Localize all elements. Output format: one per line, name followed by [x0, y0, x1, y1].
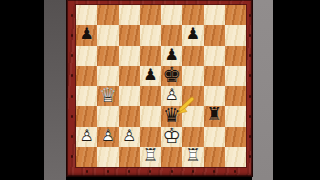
file-tick	[107, 170, 109, 173]
square-a1[interactable]	[76, 147, 97, 167]
square-d4[interactable]	[140, 86, 161, 106]
square-g6[interactable]	[204, 46, 225, 66]
piece-black-rook[interactable]: ♜	[204, 106, 225, 126]
square-f1[interactable]: ♜♖	[182, 147, 203, 167]
square-e1[interactable]	[161, 147, 182, 167]
piece-white-queen[interactable]: ♛♕	[97, 86, 118, 106]
rank-tick	[249, 155, 251, 158]
square-a6[interactable]	[76, 46, 97, 66]
square-e2[interactable]: ♚♔	[161, 127, 182, 147]
piece-white-pawn[interactable]: ♟♙	[76, 126, 97, 146]
file-tick	[234, 170, 236, 173]
square-d8[interactable]	[140, 5, 161, 25]
piece-black-pawn[interactable]: ♟	[76, 25, 97, 45]
rank-tick	[249, 95, 251, 98]
rank-tick	[71, 54, 73, 57]
square-c1[interactable]	[119, 147, 140, 167]
square-d1[interactable]: ♜♖	[140, 147, 161, 167]
square-f2[interactable]	[182, 127, 203, 147]
square-f3[interactable]	[182, 106, 203, 126]
rank-tick	[71, 135, 73, 138]
board-frame: ♟♟♟♟♚♛♕♟♙♛♜♟♙♟♙♟♙♚♔♜♖♜♖	[66, 0, 253, 177]
rank-tick	[249, 14, 251, 17]
square-d3[interactable]	[140, 106, 161, 126]
rank-tick	[71, 115, 73, 118]
file-tick	[128, 170, 130, 173]
square-c7[interactable]	[119, 25, 140, 45]
chess-board[interactable]: ♟♟♟♟♚♛♕♟♙♛♜♟♙♟♙♟♙♚♔♜♖♜♖	[76, 5, 246, 167]
square-f4[interactable]	[182, 86, 203, 106]
square-b1[interactable]	[97, 147, 118, 167]
piece-white-rook[interactable]: ♜♖	[182, 146, 203, 166]
square-a7[interactable]: ♟	[76, 25, 97, 45]
square-h8[interactable]	[225, 5, 246, 25]
video-frame: ♟♟♟♟♚♛♕♟♙♛♜♟♙♟♙♟♙♚♔♜♖♜♖	[0, 0, 320, 180]
square-c3[interactable]	[119, 106, 140, 126]
piece-black-king[interactable]: ♚	[161, 65, 182, 85]
square-c8[interactable]	[119, 5, 140, 25]
square-a3[interactable]	[76, 106, 97, 126]
gray-strip-right	[252, 0, 273, 180]
square-g7[interactable]	[204, 25, 225, 45]
square-h2[interactable]	[225, 127, 246, 147]
square-f6[interactable]	[182, 46, 203, 66]
piece-white-rook[interactable]: ♜♖	[140, 146, 161, 166]
square-g5[interactable]	[204, 66, 225, 86]
rank-tick	[71, 14, 73, 17]
file-tick	[213, 170, 215, 173]
square-d7[interactable]	[140, 25, 161, 45]
square-g1[interactable]	[204, 147, 225, 167]
rank-tick	[71, 95, 73, 98]
square-a2[interactable]: ♟♙	[76, 127, 97, 147]
square-g4[interactable]	[204, 86, 225, 106]
square-d2[interactable]	[140, 127, 161, 147]
file-tick	[149, 170, 151, 173]
square-e5[interactable]: ♚	[161, 66, 182, 86]
square-a5[interactable]	[76, 66, 97, 86]
gray-strip-left	[44, 0, 66, 180]
square-h4[interactable]	[225, 86, 246, 106]
square-h1[interactable]	[225, 147, 246, 167]
rank-tick	[71, 155, 73, 158]
square-b3[interactable]	[97, 106, 118, 126]
square-h7[interactable]	[225, 25, 246, 45]
square-c2[interactable]: ♟♙	[119, 127, 140, 147]
file-tick	[86, 170, 88, 173]
file-tick	[192, 170, 194, 173]
square-e7[interactable]	[161, 25, 182, 45]
piece-white-king[interactable]: ♚♔	[161, 126, 182, 146]
square-f8[interactable]	[182, 5, 203, 25]
square-h5[interactable]	[225, 66, 246, 86]
file-tick	[171, 170, 173, 173]
square-e8[interactable]	[161, 5, 182, 25]
square-c6[interactable]	[119, 46, 140, 66]
rank-tick	[249, 74, 251, 77]
square-b8[interactable]	[97, 5, 118, 25]
square-g2[interactable]	[204, 127, 225, 147]
square-h6[interactable]	[225, 46, 246, 66]
square-d6[interactable]	[140, 46, 161, 66]
square-b2[interactable]: ♟♙	[97, 127, 118, 147]
square-f5[interactable]	[182, 66, 203, 86]
piece-white-pawn[interactable]: ♟♙	[97, 126, 118, 146]
rank-tick	[71, 74, 73, 77]
square-b4[interactable]: ♛♕	[97, 86, 118, 106]
piece-black-pawn[interactable]: ♟	[140, 65, 161, 85]
rank-tick	[249, 54, 251, 57]
square-b7[interactable]	[97, 25, 118, 45]
rank-tick	[71, 34, 73, 37]
rank-tick	[249, 135, 251, 138]
piece-white-pawn[interactable]: ♟♙	[119, 126, 140, 146]
square-a4[interactable]	[76, 86, 97, 106]
square-b6[interactable]	[97, 46, 118, 66]
square-d5[interactable]: ♟	[140, 66, 161, 86]
square-c4[interactable]	[119, 86, 140, 106]
square-g8[interactable]	[204, 5, 225, 25]
square-h3[interactable]	[225, 106, 246, 126]
rank-tick	[249, 34, 251, 37]
piece-black-pawn[interactable]: ♟	[182, 25, 203, 45]
rank-tick	[249, 115, 251, 118]
square-c5[interactable]	[119, 66, 140, 86]
square-f7[interactable]: ♟	[182, 25, 203, 45]
square-g3[interactable]: ♜	[204, 106, 225, 126]
square-a8[interactable]	[76, 5, 97, 25]
